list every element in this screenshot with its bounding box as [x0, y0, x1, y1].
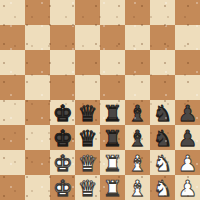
square-g8[interactable] [150, 0, 175, 25]
square-c6[interactable] [50, 50, 75, 75]
square-e2[interactable]: ♜ [100, 150, 125, 175]
square-h8[interactable] [175, 0, 200, 25]
square-c7[interactable] [50, 25, 75, 50]
piece-black-pawn[interactable]: ♟ [178, 126, 198, 151]
square-c4[interactable]: ♚ [50, 100, 75, 125]
square-h5[interactable] [175, 75, 200, 100]
piece-black-pawn[interactable]: ♟ [178, 101, 198, 126]
square-e3[interactable]: ♜ [100, 125, 125, 150]
piece-black-rook[interactable]: ♜ [103, 101, 123, 126]
square-b5[interactable] [25, 75, 50, 100]
piece-white-bishop[interactable]: ♝ [128, 176, 148, 201]
piece-white-pawn[interactable]: ♟ [178, 176, 198, 201]
square-h1[interactable]: ♟ [175, 175, 200, 200]
square-g6[interactable] [150, 50, 175, 75]
piece-white-rook[interactable]: ♜ [103, 176, 123, 201]
square-e7[interactable] [100, 25, 125, 50]
square-f6[interactable] [125, 50, 150, 75]
square-h3[interactable]: ♟ [175, 125, 200, 150]
square-g4[interactable]: ♞ [150, 100, 175, 125]
square-c8[interactable] [50, 0, 75, 25]
square-g2[interactable]: ♞ [150, 150, 175, 175]
piece-white-rook[interactable]: ♜ [103, 151, 123, 176]
chess-board-container: ♚♛♜♝♞♟♚♛♜♝♞♟♚♛♜♝♞♟♚♛♜♝♞♟ [0, 0, 200, 200]
piece-black-knight[interactable]: ♞ [153, 101, 173, 126]
square-f1[interactable]: ♝ [125, 175, 150, 200]
piece-black-bishop[interactable]: ♝ [128, 126, 148, 151]
square-f8[interactable] [125, 0, 150, 25]
piece-black-knight[interactable]: ♞ [153, 126, 173, 151]
piece-white-queen[interactable]: ♛ [78, 151, 98, 176]
piece-black-king[interactable]: ♚ [53, 101, 73, 126]
piece-white-knight[interactable]: ♞ [153, 151, 173, 176]
square-a2[interactable] [0, 150, 25, 175]
square-b2[interactable] [25, 150, 50, 175]
piece-white-pawn[interactable]: ♟ [178, 151, 198, 176]
square-c3[interactable]: ♚ [50, 125, 75, 150]
square-h4[interactable]: ♟ [175, 100, 200, 125]
square-a4[interactable] [0, 100, 25, 125]
piece-white-knight[interactable]: ♞ [153, 176, 173, 201]
square-b7[interactable] [25, 25, 50, 50]
square-f3[interactable]: ♝ [125, 125, 150, 150]
square-f2[interactable]: ♝ [125, 150, 150, 175]
square-e8[interactable] [100, 0, 125, 25]
square-d6[interactable] [75, 50, 100, 75]
square-b4[interactable] [25, 100, 50, 125]
square-a8[interactable] [0, 0, 25, 25]
square-g7[interactable] [150, 25, 175, 50]
square-d1[interactable]: ♛ [75, 175, 100, 200]
piece-black-king[interactable]: ♚ [53, 126, 73, 151]
square-h2[interactable]: ♟ [175, 150, 200, 175]
piece-black-rook[interactable]: ♜ [103, 126, 123, 151]
square-f5[interactable] [125, 75, 150, 100]
square-a3[interactable] [0, 125, 25, 150]
square-d5[interactable] [75, 75, 100, 100]
square-b6[interactable] [25, 50, 50, 75]
square-g5[interactable] [150, 75, 175, 100]
square-c2[interactable]: ♚ [50, 150, 75, 175]
square-h6[interactable] [175, 50, 200, 75]
square-b8[interactable] [25, 0, 50, 25]
square-b1[interactable] [25, 175, 50, 200]
square-d4[interactable]: ♛ [75, 100, 100, 125]
piece-black-bishop[interactable]: ♝ [128, 101, 148, 126]
square-d8[interactable] [75, 0, 100, 25]
square-a5[interactable] [0, 75, 25, 100]
square-c5[interactable] [50, 75, 75, 100]
piece-white-king[interactable]: ♚ [53, 176, 73, 201]
piece-white-bishop[interactable]: ♝ [128, 151, 148, 176]
square-d7[interactable] [75, 25, 100, 50]
piece-white-queen[interactable]: ♛ [78, 176, 98, 201]
square-e6[interactable] [100, 50, 125, 75]
square-a6[interactable] [0, 50, 25, 75]
square-e1[interactable]: ♜ [100, 175, 125, 200]
piece-black-queen[interactable]: ♛ [78, 101, 98, 126]
square-e4[interactable]: ♜ [100, 100, 125, 125]
square-g1[interactable]: ♞ [150, 175, 175, 200]
square-b3[interactable] [25, 125, 50, 150]
square-a7[interactable] [0, 25, 25, 50]
square-d3[interactable]: ♛ [75, 125, 100, 150]
square-h7[interactable] [175, 25, 200, 50]
square-a1[interactable] [0, 175, 25, 200]
square-c1[interactable]: ♚ [50, 175, 75, 200]
square-f4[interactable]: ♝ [125, 100, 150, 125]
square-e5[interactable] [100, 75, 125, 100]
piece-black-queen[interactable]: ♛ [78, 126, 98, 151]
square-d2[interactable]: ♛ [75, 150, 100, 175]
piece-white-king[interactable]: ♚ [53, 151, 73, 176]
square-f7[interactable] [125, 25, 150, 50]
square-g3[interactable]: ♞ [150, 125, 175, 150]
chess-board: ♚♛♜♝♞♟♚♛♜♝♞♟♚♛♜♝♞♟♚♛♜♝♞♟ [0, 0, 200, 200]
